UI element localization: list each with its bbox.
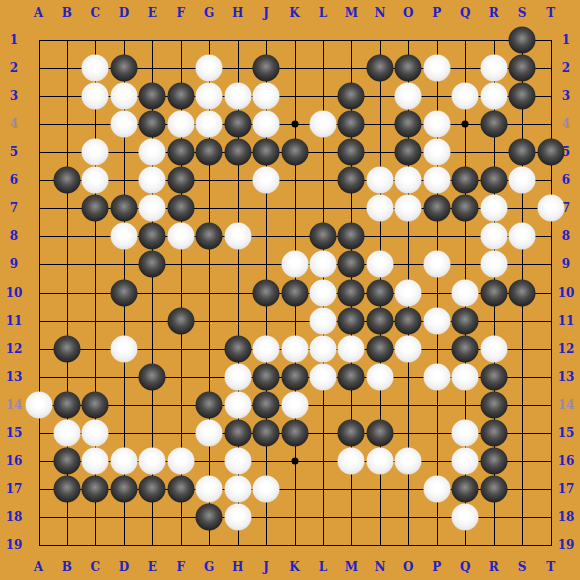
stone-white-N7 [366, 195, 393, 222]
row-label-left: 5 [10, 145, 18, 159]
stone-black-J13 [253, 363, 280, 390]
stone-white-C16 [82, 447, 109, 474]
row-label-left: 19 [6, 538, 23, 552]
grid-line-vertical [551, 40, 552, 546]
row-label-right: 18 [558, 510, 575, 524]
stone-black-F17 [167, 475, 194, 502]
stone-black-F7 [167, 195, 194, 222]
stone-white-Q18 [452, 504, 479, 531]
row-label-left: 15 [6, 426, 23, 440]
row-label-left: 4 [10, 117, 18, 131]
column-label-top: Q [460, 6, 470, 20]
stone-white-N13 [366, 363, 393, 390]
stone-white-H14 [224, 391, 251, 418]
column-label-bottom: O [403, 560, 413, 574]
stone-black-E8 [139, 223, 166, 250]
stone-white-O6 [395, 167, 422, 194]
stone-black-S10 [509, 279, 536, 306]
stone-white-E6 [139, 167, 166, 194]
stone-black-M10 [338, 279, 365, 306]
stone-white-C2 [82, 55, 109, 82]
stone-white-H16 [224, 447, 251, 474]
stone-white-N9 [366, 251, 393, 278]
stone-black-F11 [167, 307, 194, 334]
stone-black-B14 [53, 391, 80, 418]
stone-black-H12 [224, 335, 251, 362]
stone-black-R13 [480, 363, 507, 390]
stone-white-A14 [25, 391, 52, 418]
row-label-right: 12 [558, 342, 575, 356]
row-label-right: 13 [558, 370, 575, 384]
stone-white-C15 [82, 419, 109, 446]
stone-white-R7 [480, 195, 507, 222]
stone-black-R17 [480, 475, 507, 502]
stone-white-R3 [480, 83, 507, 110]
stone-white-P6 [423, 167, 450, 194]
column-label-top: L [319, 6, 327, 20]
column-label-top: R [489, 6, 499, 20]
stone-white-G17 [196, 475, 223, 502]
stone-white-G4 [196, 111, 223, 138]
stone-white-G3 [196, 83, 223, 110]
stone-black-E17 [139, 475, 166, 502]
stone-white-M16 [338, 447, 365, 474]
stone-black-B6 [53, 167, 80, 194]
stone-black-Q6 [452, 167, 479, 194]
stone-black-B17 [53, 475, 80, 502]
stone-black-S5 [509, 139, 536, 166]
row-label-left: 9 [10, 257, 18, 271]
row-label-right: 11 [558, 314, 575, 328]
column-label-top: B [62, 6, 72, 20]
stone-white-G15 [196, 419, 223, 446]
stone-white-R9 [480, 251, 507, 278]
stone-white-H8 [224, 223, 251, 250]
stone-white-R2 [480, 55, 507, 82]
stone-black-M3 [338, 83, 365, 110]
row-label-left: 10 [6, 286, 23, 300]
stone-black-Q12 [452, 335, 479, 362]
row-label-right: 8 [562, 229, 570, 243]
stone-black-T5 [537, 139, 564, 166]
stone-white-C5 [82, 139, 109, 166]
stone-white-L9 [310, 251, 337, 278]
row-label-right: 6 [562, 173, 570, 187]
stone-black-H15 [224, 419, 251, 446]
star-point-Q4 [462, 121, 469, 128]
column-label-top: H [232, 6, 243, 20]
stone-black-R10 [480, 279, 507, 306]
stone-white-E7 [139, 195, 166, 222]
stone-white-P9 [423, 251, 450, 278]
stone-black-M9 [338, 251, 365, 278]
stone-black-E13 [139, 363, 166, 390]
row-label-left: 17 [6, 482, 23, 496]
column-label-bottom: E [148, 560, 157, 574]
stone-white-P13 [423, 363, 450, 390]
stone-white-Q13 [452, 363, 479, 390]
stone-black-R16 [480, 447, 507, 474]
stone-white-N6 [366, 167, 393, 194]
stone-black-O5 [395, 139, 422, 166]
row-label-right: 19 [558, 538, 575, 552]
stone-white-M12 [338, 335, 365, 362]
stone-black-K10 [281, 279, 308, 306]
column-label-top: G [204, 6, 214, 20]
stone-white-D3 [110, 83, 137, 110]
stone-white-C3 [82, 83, 109, 110]
column-label-top: M [345, 6, 358, 20]
stone-white-N16 [366, 447, 393, 474]
stone-black-N12 [366, 335, 393, 362]
stone-white-K9 [281, 251, 308, 278]
row-label-left: 8 [10, 229, 18, 243]
stone-black-H5 [224, 139, 251, 166]
row-label-right: 2 [562, 61, 570, 75]
stone-white-T7 [537, 195, 564, 222]
stone-black-E3 [139, 83, 166, 110]
stone-black-D17 [110, 475, 137, 502]
row-label-right: 10 [558, 286, 575, 300]
stone-black-S2 [509, 55, 536, 82]
column-label-bottom: B [62, 560, 72, 574]
column-label-bottom: S [518, 560, 527, 574]
column-label-top: P [432, 6, 441, 20]
star-point-K4 [291, 121, 298, 128]
stone-white-R8 [480, 223, 507, 250]
stone-black-B12 [53, 335, 80, 362]
column-label-top: A [34, 6, 43, 20]
stone-white-P2 [423, 55, 450, 82]
stone-black-C7 [82, 195, 109, 222]
stone-white-L13 [310, 363, 337, 390]
stone-black-G5 [196, 139, 223, 166]
stone-white-J3 [253, 83, 280, 110]
row-label-left: 11 [6, 314, 23, 328]
column-label-top: E [148, 6, 157, 20]
stone-white-J17 [253, 475, 280, 502]
stone-black-E4 [139, 111, 166, 138]
row-label-left: 18 [6, 510, 23, 524]
stone-black-K15 [281, 419, 308, 446]
stone-black-G18 [196, 504, 223, 531]
stone-white-Q10 [452, 279, 479, 306]
stone-black-M4 [338, 111, 365, 138]
stone-black-O2 [395, 55, 422, 82]
stone-black-M5 [338, 139, 365, 166]
stone-black-R4 [480, 111, 507, 138]
row-label-right: 3 [562, 89, 570, 103]
stone-black-P7 [423, 195, 450, 222]
stone-white-P5 [423, 139, 450, 166]
stone-black-D2 [110, 55, 137, 82]
row-label-left: 2 [10, 61, 18, 75]
stone-white-L4 [310, 111, 337, 138]
row-label-right: 9 [562, 257, 570, 271]
stone-white-J12 [253, 335, 280, 362]
stone-black-F5 [167, 139, 194, 166]
column-label-bottom: G [204, 560, 214, 574]
stone-white-O12 [395, 335, 422, 362]
column-label-bottom: R [489, 560, 499, 574]
stone-black-M13 [338, 363, 365, 390]
stone-black-J15 [253, 419, 280, 446]
stone-white-P4 [423, 111, 450, 138]
stone-black-H4 [224, 111, 251, 138]
column-label-top: C [91, 6, 101, 20]
column-label-bottom: F [176, 560, 185, 574]
stone-black-N10 [366, 279, 393, 306]
stone-white-F4 [167, 111, 194, 138]
column-label-bottom: P [432, 560, 441, 574]
stone-white-K12 [281, 335, 308, 362]
stone-black-R14 [480, 391, 507, 418]
stone-white-O3 [395, 83, 422, 110]
stone-black-N11 [366, 307, 393, 334]
row-label-right: 14 [558, 398, 575, 412]
row-label-left: 7 [10, 201, 18, 215]
column-label-bottom: H [232, 560, 243, 574]
stone-black-F3 [167, 83, 194, 110]
stone-white-F8 [167, 223, 194, 250]
row-label-right: 4 [562, 117, 570, 131]
row-label-right: 15 [558, 426, 575, 440]
column-label-top: T [546, 6, 555, 20]
stone-black-N15 [366, 419, 393, 446]
column-label-bottom: M [345, 560, 358, 574]
stone-black-M6 [338, 167, 365, 194]
stone-black-S1 [509, 27, 536, 54]
column-label-bottom: D [119, 560, 129, 574]
row-label-left: 3 [10, 89, 18, 103]
row-label-left: 1 [10, 33, 18, 47]
stone-white-O16 [395, 447, 422, 474]
star-point-K16 [291, 457, 298, 464]
stone-white-S8 [509, 223, 536, 250]
stone-white-H13 [224, 363, 251, 390]
stone-white-D8 [110, 223, 137, 250]
stone-white-P11 [423, 307, 450, 334]
row-label-left: 14 [6, 398, 23, 412]
grid-line-horizontal [39, 545, 552, 546]
stone-black-S3 [509, 83, 536, 110]
stone-white-H3 [224, 83, 251, 110]
stone-white-O10 [395, 279, 422, 306]
stone-white-H17 [224, 475, 251, 502]
row-label-right: 16 [558, 454, 575, 468]
stone-black-G8 [196, 223, 223, 250]
stone-black-R6 [480, 167, 507, 194]
column-label-top: F [176, 6, 185, 20]
stone-black-N2 [366, 55, 393, 82]
stone-black-K5 [281, 139, 308, 166]
stone-white-E5 [139, 139, 166, 166]
stone-black-G14 [196, 391, 223, 418]
column-label-bottom: A [34, 560, 43, 574]
column-label-bottom: Q [460, 560, 470, 574]
stone-black-D7 [110, 195, 137, 222]
stone-black-J10 [253, 279, 280, 306]
stone-white-D12 [110, 335, 137, 362]
stone-white-D4 [110, 111, 137, 138]
row-label-left: 13 [6, 370, 23, 384]
stone-white-O7 [395, 195, 422, 222]
stone-white-S6 [509, 167, 536, 194]
stone-black-M11 [338, 307, 365, 334]
column-label-bottom: T [546, 560, 555, 574]
row-label-left: 6 [10, 173, 18, 187]
column-label-bottom: C [91, 560, 101, 574]
stone-white-G2 [196, 55, 223, 82]
stone-black-O11 [395, 307, 422, 334]
column-label-bottom: N [374, 560, 385, 574]
stone-white-D16 [110, 447, 137, 474]
stone-black-M8 [338, 223, 365, 250]
stone-white-B15 [53, 419, 80, 446]
stone-black-D10 [110, 279, 137, 306]
column-label-top: S [518, 6, 527, 20]
stone-black-R15 [480, 419, 507, 446]
stone-black-L8 [310, 223, 337, 250]
stone-black-E9 [139, 251, 166, 278]
stone-white-Q16 [452, 447, 479, 474]
stone-black-M15 [338, 419, 365, 446]
stone-white-H18 [224, 504, 251, 531]
stone-white-L12 [310, 335, 337, 362]
row-label-right: 1 [562, 33, 570, 47]
stone-white-R12 [480, 335, 507, 362]
stone-white-P17 [423, 475, 450, 502]
stone-black-F6 [167, 167, 194, 194]
column-label-top: D [119, 6, 129, 20]
column-label-top: K [289, 6, 299, 20]
stone-black-Q7 [452, 195, 479, 222]
stone-white-E16 [139, 447, 166, 474]
stone-white-J6 [253, 167, 280, 194]
stone-black-Q11 [452, 307, 479, 334]
column-label-top: O [403, 6, 413, 20]
column-label-top: N [374, 6, 385, 20]
stone-black-Q17 [452, 475, 479, 502]
column-label-top: J [263, 6, 269, 20]
stone-white-K14 [281, 391, 308, 418]
stone-white-C6 [82, 167, 109, 194]
row-label-left: 12 [6, 342, 23, 356]
stone-black-C14 [82, 391, 109, 418]
column-label-bottom: J [263, 560, 269, 574]
stone-black-C17 [82, 475, 109, 502]
stone-black-J2 [253, 55, 280, 82]
row-label-right: 17 [558, 482, 575, 496]
stone-black-J5 [253, 139, 280, 166]
column-label-bottom: L [319, 560, 327, 574]
stone-white-F16 [167, 447, 194, 474]
stone-white-Q3 [452, 83, 479, 110]
stone-black-B16 [53, 447, 80, 474]
go-board[interactable]: AABBCCDDEEFFGGHHJJKKLLMMNNOOPPQQRRSSTT11… [0, 0, 580, 580]
stone-white-L11 [310, 307, 337, 334]
row-label-left: 16 [6, 454, 23, 468]
column-label-bottom: K [289, 560, 299, 574]
stone-white-L10 [310, 279, 337, 306]
stone-black-K13 [281, 363, 308, 390]
stone-white-Q15 [452, 419, 479, 446]
stone-black-O4 [395, 111, 422, 138]
stone-black-J14 [253, 391, 280, 418]
stone-white-J4 [253, 111, 280, 138]
